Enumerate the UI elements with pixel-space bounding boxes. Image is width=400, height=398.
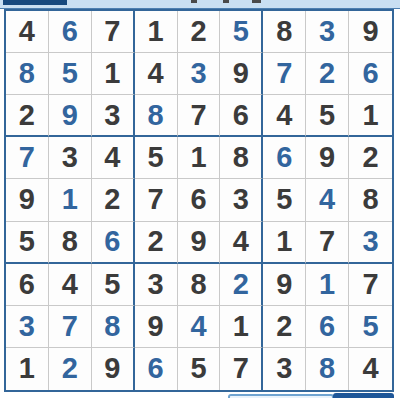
cell-r8c4[interactable]: 9 — [135, 306, 178, 348]
cell-r2c2[interactable]: 5 — [49, 53, 92, 95]
cell-r5c5[interactable]: 6 — [178, 179, 221, 221]
cell-r5c7[interactable]: 5 — [263, 179, 306, 221]
cell-r1c7[interactable]: 8 — [263, 11, 306, 53]
cropped-footer-button-light[interactable] — [228, 394, 334, 398]
cell-r3c2[interactable]: 9 — [49, 95, 92, 137]
cell-r2c5[interactable]: 3 — [178, 53, 221, 95]
cell-r6c3[interactable]: 6 — [92, 222, 135, 264]
cell-r9c3[interactable]: 9 — [92, 348, 135, 390]
cell-r1c2[interactable]: 6 — [49, 11, 92, 53]
cell-r2c9[interactable]: 6 — [349, 53, 392, 95]
cropped-footer-button-dark[interactable] — [333, 393, 394, 398]
cell-r5c9[interactable]: 8 — [349, 179, 392, 221]
cell-r9c7[interactable]: 3 — [263, 348, 306, 390]
cell-r8c9[interactable]: 5 — [349, 306, 392, 348]
cell-r6c8[interactable]: 7 — [306, 222, 349, 264]
cell-r7c7[interactable]: 9 — [263, 264, 306, 306]
cell-r8c6[interactable]: 1 — [220, 306, 263, 348]
cell-r2c6[interactable]: 9 — [220, 53, 263, 95]
cell-r4c5[interactable]: 1 — [178, 137, 221, 179]
cell-r1c1[interactable]: 4 — [6, 11, 49, 53]
cell-r9c2[interactable]: 2 — [49, 348, 92, 390]
cell-r5c6[interactable]: 3 — [220, 179, 263, 221]
cell-r3c3[interactable]: 3 — [92, 95, 135, 137]
toolbar-text-sliver — [252, 0, 261, 3]
cell-r8c3[interactable]: 8 — [92, 306, 135, 348]
cell-r3c4[interactable]: 8 — [135, 95, 178, 137]
cell-r8c7[interactable]: 2 — [263, 306, 306, 348]
cell-r4c7[interactable]: 6 — [263, 137, 306, 179]
cell-r4c9[interactable]: 2 — [349, 137, 392, 179]
cell-r6c2[interactable]: 8 — [49, 222, 92, 264]
cell-r1c8[interactable]: 3 — [306, 11, 349, 53]
cell-r9c8[interactable]: 8 — [306, 348, 349, 390]
cell-r1c9[interactable]: 9 — [349, 11, 392, 53]
cell-r6c7[interactable]: 1 — [263, 222, 306, 264]
cell-r4c1[interactable]: 7 — [6, 137, 49, 179]
cell-r3c6[interactable]: 6 — [220, 95, 263, 137]
cell-r8c5[interactable]: 4 — [178, 306, 221, 348]
cell-r8c8[interactable]: 6 — [306, 306, 349, 348]
cell-r2c4[interactable]: 4 — [135, 53, 178, 95]
cell-r6c1[interactable]: 5 — [6, 222, 49, 264]
cell-r7c6[interactable]: 2 — [220, 264, 263, 306]
cell-r9c5[interactable]: 5 — [178, 348, 221, 390]
cell-r9c4[interactable]: 6 — [135, 348, 178, 390]
cell-r2c3[interactable]: 1 — [92, 53, 135, 95]
cropped-toolbar-strip — [0, 0, 400, 9]
cell-r6c9[interactable]: 3 — [349, 222, 392, 264]
cell-r7c2[interactable]: 4 — [49, 264, 92, 306]
cell-r7c5[interactable]: 8 — [178, 264, 221, 306]
cell-r9c6[interactable]: 7 — [220, 348, 263, 390]
cell-r4c8[interactable]: 9 — [306, 137, 349, 179]
cell-r4c2[interactable]: 3 — [49, 137, 92, 179]
cell-r7c9[interactable]: 7 — [349, 264, 392, 306]
cell-r9c9[interactable]: 4 — [349, 348, 392, 390]
toolbar-text-sliver — [191, 0, 197, 3]
cell-r8c1[interactable]: 3 — [6, 306, 49, 348]
cell-r7c1[interactable]: 6 — [6, 264, 49, 306]
cell-r6c4[interactable]: 2 — [135, 222, 178, 264]
cell-r8c2[interactable]: 7 — [49, 306, 92, 348]
cell-r5c1[interactable]: 9 — [6, 179, 49, 221]
cell-r3c1[interactable]: 2 — [6, 95, 49, 137]
cell-r5c3[interactable]: 2 — [92, 179, 135, 221]
cell-r7c3[interactable]: 5 — [92, 264, 135, 306]
cell-r3c5[interactable]: 7 — [178, 95, 221, 137]
cell-r4c3[interactable]: 4 — [92, 137, 135, 179]
cell-r1c6[interactable]: 5 — [220, 11, 263, 53]
cell-r1c5[interactable]: 2 — [178, 11, 221, 53]
cell-r4c4[interactable]: 5 — [135, 137, 178, 179]
cell-r2c1[interactable]: 8 — [6, 53, 49, 95]
cell-r2c8[interactable]: 2 — [306, 53, 349, 95]
cell-r6c5[interactable]: 9 — [178, 222, 221, 264]
sudoku-board: 4671258398514397262938764517345186929127… — [4, 9, 394, 392]
cell-r9c1[interactable]: 1 — [6, 348, 49, 390]
cell-r5c8[interactable]: 4 — [306, 179, 349, 221]
cell-r3c7[interactable]: 4 — [263, 95, 306, 137]
cell-r7c8[interactable]: 1 — [306, 264, 349, 306]
toolbar-text-sliver — [223, 0, 229, 3]
cell-r2c7[interactable]: 7 — [263, 53, 306, 95]
cell-r3c8[interactable]: 5 — [306, 95, 349, 137]
cell-r1c4[interactable]: 1 — [135, 11, 178, 53]
cell-r1c3[interactable]: 7 — [92, 11, 135, 53]
cell-r5c2[interactable]: 1 — [49, 179, 92, 221]
cell-r7c4[interactable]: 3 — [135, 264, 178, 306]
cell-r5c4[interactable]: 7 — [135, 179, 178, 221]
toolbar-tab-sliver — [3, 0, 67, 5]
cell-r4c6[interactable]: 8 — [220, 137, 263, 179]
cell-r6c6[interactable]: 4 — [220, 222, 263, 264]
cell-r3c9[interactable]: 1 — [349, 95, 392, 137]
